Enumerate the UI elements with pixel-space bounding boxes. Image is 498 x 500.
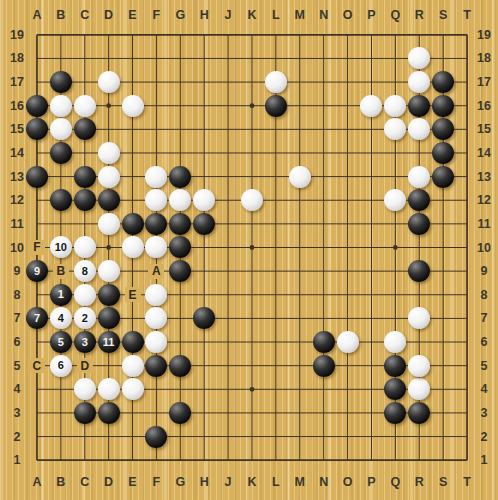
white-stone-r13	[408, 166, 430, 188]
black-stone-c15	[74, 118, 96, 140]
white-stone-f7	[145, 307, 167, 329]
move-number-label: 2	[82, 313, 88, 324]
white-stone-b10: 10	[50, 236, 72, 258]
black-stone-q3	[384, 402, 406, 424]
black-stone-g3	[169, 402, 191, 424]
col-label-top-k: K	[247, 8, 256, 22]
col-label-top-m: M	[295, 8, 305, 22]
black-stone-a7: 7	[26, 307, 48, 329]
black-stone-a13	[26, 166, 48, 188]
black-stone-g11	[169, 213, 191, 235]
white-stone-c9: 8	[74, 260, 96, 282]
letter-label-d: D	[77, 358, 93, 373]
row-label-left-2: 2	[14, 430, 21, 444]
black-stone-s15	[432, 118, 454, 140]
white-stone-b5: 6	[50, 355, 72, 377]
col-label-bottom-d: D	[104, 475, 113, 489]
move-number-label: 7	[34, 313, 40, 324]
col-label-top-a: A	[32, 8, 41, 22]
col-label-top-t: T	[463, 8, 471, 22]
black-stone-d8	[98, 284, 120, 306]
row-label-left-13: 13	[10, 170, 24, 184]
row-label-left-12: 12	[10, 193, 24, 207]
black-stone-c13	[74, 166, 96, 188]
white-stone-b16	[50, 95, 72, 117]
black-stone-n6	[313, 331, 335, 353]
row-label-left-16: 16	[10, 99, 24, 113]
white-stone-m13	[289, 166, 311, 188]
black-stone-d3	[98, 402, 120, 424]
col-label-top-e: E	[128, 8, 136, 22]
black-stone-b8: 1	[50, 284, 72, 306]
black-stone-a15	[26, 118, 48, 140]
black-stone-b17	[50, 71, 72, 93]
col-label-bottom-a: A	[32, 475, 41, 489]
black-stone-h7	[193, 307, 215, 329]
black-stone-h11	[193, 213, 215, 235]
move-number-label: 11	[103, 337, 115, 348]
white-stone-k12	[241, 189, 263, 211]
row-label-left-7: 7	[14, 311, 21, 325]
row-label-left-18: 18	[10, 51, 24, 65]
row-label-right-3: 3	[481, 406, 488, 420]
col-label-top-s: S	[439, 8, 447, 22]
col-label-bottom-h: H	[200, 475, 209, 489]
black-stone-e11	[122, 213, 144, 235]
move-number-label: 8	[82, 266, 88, 277]
white-stone-e16	[122, 95, 144, 117]
white-stone-e4	[122, 378, 144, 400]
row-label-right-9: 9	[481, 264, 488, 278]
row-label-right-10: 10	[477, 241, 491, 255]
white-stone-d11	[98, 213, 120, 235]
white-stone-c7: 2	[74, 307, 96, 329]
black-stone-f5	[145, 355, 167, 377]
row-label-left-6: 6	[14, 335, 21, 349]
white-stone-b7: 4	[50, 307, 72, 329]
white-stone-r7	[408, 307, 430, 329]
white-stone-c4	[74, 378, 96, 400]
black-stone-l16	[265, 95, 287, 117]
row-label-right-2: 2	[481, 430, 488, 444]
black-stone-r12	[408, 189, 430, 211]
white-stone-r15	[408, 118, 430, 140]
white-stone-o6	[337, 331, 359, 353]
black-stone-r16	[408, 95, 430, 117]
row-label-right-12: 12	[477, 193, 491, 207]
white-stone-e5	[122, 355, 144, 377]
col-label-top-r: R	[415, 8, 424, 22]
black-stone-c12	[74, 189, 96, 211]
row-label-left-15: 15	[10, 122, 24, 136]
row-label-right-19: 19	[477, 28, 491, 42]
black-stone-s14	[432, 142, 454, 164]
col-label-top-f: F	[153, 8, 161, 22]
col-label-bottom-r: R	[415, 475, 424, 489]
col-label-bottom-e: E	[128, 475, 136, 489]
col-label-top-h: H	[200, 8, 209, 22]
row-label-left-17: 17	[10, 75, 24, 89]
white-stone-d17	[98, 71, 120, 93]
move-number-label: 1	[58, 289, 64, 300]
black-stone-g10	[169, 236, 191, 258]
white-stone-d13	[98, 166, 120, 188]
col-label-top-p: P	[367, 8, 375, 22]
row-label-right-4: 4	[481, 382, 488, 396]
row-label-left-5: 5	[14, 359, 21, 373]
col-label-top-q: Q	[390, 8, 400, 22]
black-stone-g9	[169, 260, 191, 282]
col-label-bottom-g: G	[175, 475, 185, 489]
col-label-top-b: B	[56, 8, 65, 22]
row-label-left-1: 1	[14, 453, 21, 467]
white-stone-c10	[74, 236, 96, 258]
white-stone-g12	[169, 189, 191, 211]
col-label-top-d: D	[104, 8, 113, 22]
letter-label-c: C	[29, 358, 45, 373]
black-stone-a9: 9	[26, 260, 48, 282]
black-stone-r9	[408, 260, 430, 282]
white-stone-f6	[145, 331, 167, 353]
col-label-bottom-o: O	[343, 475, 353, 489]
black-stone-d12	[98, 189, 120, 211]
black-stone-g5	[169, 355, 191, 377]
move-number-label: 4	[58, 313, 64, 324]
col-label-bottom-q: Q	[390, 475, 400, 489]
col-label-bottom-c: C	[80, 475, 89, 489]
white-stone-d14	[98, 142, 120, 164]
row-label-right-18: 18	[477, 51, 491, 65]
white-stone-c8	[74, 284, 96, 306]
black-stone-c3	[74, 402, 96, 424]
row-label-left-10: 10	[10, 241, 24, 255]
row-label-right-16: 16	[477, 99, 491, 113]
row-label-right-14: 14	[477, 146, 491, 160]
row-label-right-17: 17	[477, 75, 491, 89]
black-stone-n5	[313, 355, 335, 377]
white-stone-f12	[145, 189, 167, 211]
row-label-right-5: 5	[481, 359, 488, 373]
white-stone-r18	[408, 47, 430, 69]
row-label-left-19: 19	[10, 28, 24, 42]
move-number-label: 5	[58, 337, 64, 348]
black-stone-a16	[26, 95, 48, 117]
col-label-top-j: J	[225, 8, 232, 22]
white-stone-f13	[145, 166, 167, 188]
black-stone-f11	[145, 213, 167, 235]
white-stone-h12	[193, 189, 215, 211]
white-stone-e10	[122, 236, 144, 258]
col-label-bottom-f: F	[153, 475, 161, 489]
col-label-bottom-b: B	[56, 475, 65, 489]
move-number-label: 10	[55, 242, 67, 253]
white-stone-r5	[408, 355, 430, 377]
letter-label-e: E	[125, 287, 141, 302]
col-label-top-c: C	[80, 8, 89, 22]
row-label-left-14: 14	[10, 146, 24, 160]
go-board-diagram: 9175311108426ABCDEF AABBCCDDEEFFGGHHJJKK…	[0, 0, 498, 500]
row-label-left-9: 9	[14, 264, 21, 278]
row-label-left-3: 3	[14, 406, 21, 420]
col-label-top-o: O	[343, 8, 353, 22]
black-stone-s17	[432, 71, 454, 93]
col-label-top-n: N	[319, 8, 328, 22]
black-stone-b12	[50, 189, 72, 211]
row-label-right-8: 8	[481, 288, 488, 302]
white-stone-q16	[384, 95, 406, 117]
letter-label-a: A	[148, 264, 164, 279]
move-number-label: 3	[82, 337, 88, 348]
row-label-right-11: 11	[477, 217, 490, 231]
col-label-bottom-k: K	[247, 475, 256, 489]
black-stone-g13	[169, 166, 191, 188]
black-stone-d7	[98, 307, 120, 329]
black-stone-c6: 3	[74, 331, 96, 353]
black-stone-e6	[122, 331, 144, 353]
row-label-right-7: 7	[481, 311, 488, 325]
white-stone-q6	[384, 331, 406, 353]
black-stone-r3	[408, 402, 430, 424]
col-label-bottom-p: P	[367, 475, 375, 489]
row-label-left-8: 8	[14, 288, 21, 302]
col-label-bottom-t: T	[463, 475, 471, 489]
black-stone-q5	[384, 355, 406, 377]
row-label-right-13: 13	[477, 170, 491, 184]
white-stone-d4	[98, 378, 120, 400]
black-stone-b6: 5	[50, 331, 72, 353]
goban[interactable]: 9175311108426ABCDEF	[25, 23, 479, 472]
move-number-label: 6	[58, 360, 64, 371]
white-stone-q15	[384, 118, 406, 140]
black-stone-b14	[50, 142, 72, 164]
col-label-bottom-m: M	[295, 475, 305, 489]
row-label-right-1: 1	[481, 453, 488, 467]
white-stone-p16	[360, 95, 382, 117]
white-stone-r17	[408, 71, 430, 93]
row-label-left-4: 4	[14, 382, 21, 396]
col-label-bottom-s: S	[439, 475, 447, 489]
col-label-bottom-j: J	[225, 475, 232, 489]
letter-label-f: F	[29, 240, 45, 255]
col-label-bottom-n: N	[319, 475, 328, 489]
letter-label-b: B	[53, 264, 69, 279]
move-number-label: 9	[34, 266, 40, 277]
row-label-right-15: 15	[477, 122, 491, 136]
black-stone-s16	[432, 95, 454, 117]
row-label-right-6: 6	[481, 335, 488, 349]
white-stone-f8	[145, 284, 167, 306]
white-stone-l17	[265, 71, 287, 93]
row-label-left-11: 11	[10, 217, 23, 231]
black-stone-s13	[432, 166, 454, 188]
white-stone-d9	[98, 260, 120, 282]
col-label-top-g: G	[175, 8, 185, 22]
white-stone-q12	[384, 189, 406, 211]
white-stone-b15	[50, 118, 72, 140]
black-stone-q4	[384, 378, 406, 400]
white-stone-c16	[74, 95, 96, 117]
white-stone-r4	[408, 378, 430, 400]
black-stone-r11	[408, 213, 430, 235]
black-stone-d6: 11	[98, 331, 120, 353]
col-label-bottom-l: L	[272, 475, 280, 489]
black-stone-f2	[145, 426, 167, 448]
col-label-top-l: L	[272, 8, 280, 22]
white-stone-f10	[145, 236, 167, 258]
